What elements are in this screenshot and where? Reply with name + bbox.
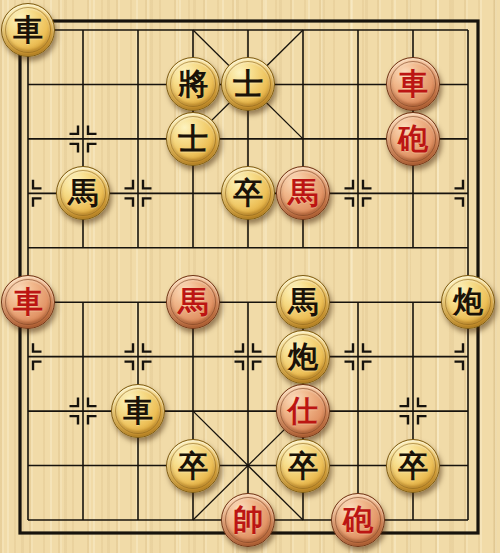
piece-label: 砲 <box>398 124 428 154</box>
piece-label: 馬 <box>288 178 318 208</box>
piece-red-chariot[interactable]: 車 <box>1 275 55 329</box>
piece-label: 士 <box>178 124 208 154</box>
piece-red-cannon[interactable]: 砲 <box>331 493 385 547</box>
piece-label: 卒 <box>178 451 208 481</box>
piece-label: 士 <box>233 69 263 99</box>
piece-label: 卒 <box>398 451 428 481</box>
piece-label: 馬 <box>288 287 318 317</box>
piece-black-general[interactable]: 將 <box>166 57 220 111</box>
piece-black-soldier[interactable]: 卒 <box>276 439 330 493</box>
piece-black-cannon[interactable]: 炮 <box>441 275 495 329</box>
piece-black-horse[interactable]: 馬 <box>56 166 110 220</box>
piece-black-soldier[interactable]: 卒 <box>221 166 275 220</box>
piece-black-chariot[interactable]: 車 <box>111 384 165 438</box>
piece-label: 將 <box>178 69 208 99</box>
piece-label: 卒 <box>288 451 318 481</box>
piece-label: 馬 <box>178 287 208 317</box>
piece-red-horse[interactable]: 馬 <box>166 275 220 329</box>
pieces-layer: 車將士車士砲馬卒馬車馬馬炮炮車仕卒卒卒帥砲 <box>1 3 496 547</box>
piece-label: 車 <box>123 396 153 426</box>
piece-black-soldier[interactable]: 卒 <box>166 439 220 493</box>
piece-label: 車 <box>398 69 428 99</box>
piece-label: 車 <box>13 15 43 45</box>
piece-label: 炮 <box>453 287 483 317</box>
piece-red-cannon[interactable]: 砲 <box>386 112 440 166</box>
piece-label: 卒 <box>233 178 263 208</box>
piece-black-advisor[interactable]: 士 <box>221 57 275 111</box>
piece-label: 炮 <box>288 342 318 372</box>
piece-black-chariot[interactable]: 車 <box>1 3 55 57</box>
piece-label: 砲 <box>343 505 373 535</box>
piece-label: 車 <box>13 287 43 317</box>
xiangqi-board: 車將士車士砲馬卒馬車馬馬炮炮車仕卒卒卒帥砲 <box>0 0 500 553</box>
piece-black-advisor[interactable]: 士 <box>166 112 220 166</box>
piece-label: 帥 <box>233 505 263 535</box>
piece-red-general[interactable]: 帥 <box>221 493 275 547</box>
piece-red-advisor[interactable]: 仕 <box>276 384 330 438</box>
piece-label: 仕 <box>288 396 318 426</box>
piece-red-horse[interactable]: 馬 <box>276 166 330 220</box>
piece-black-soldier[interactable]: 卒 <box>386 439 440 493</box>
piece-label: 馬 <box>68 178 98 208</box>
piece-black-horse[interactable]: 馬 <box>276 275 330 329</box>
piece-red-chariot[interactable]: 車 <box>386 57 440 111</box>
piece-black-cannon[interactable]: 炮 <box>276 330 330 384</box>
